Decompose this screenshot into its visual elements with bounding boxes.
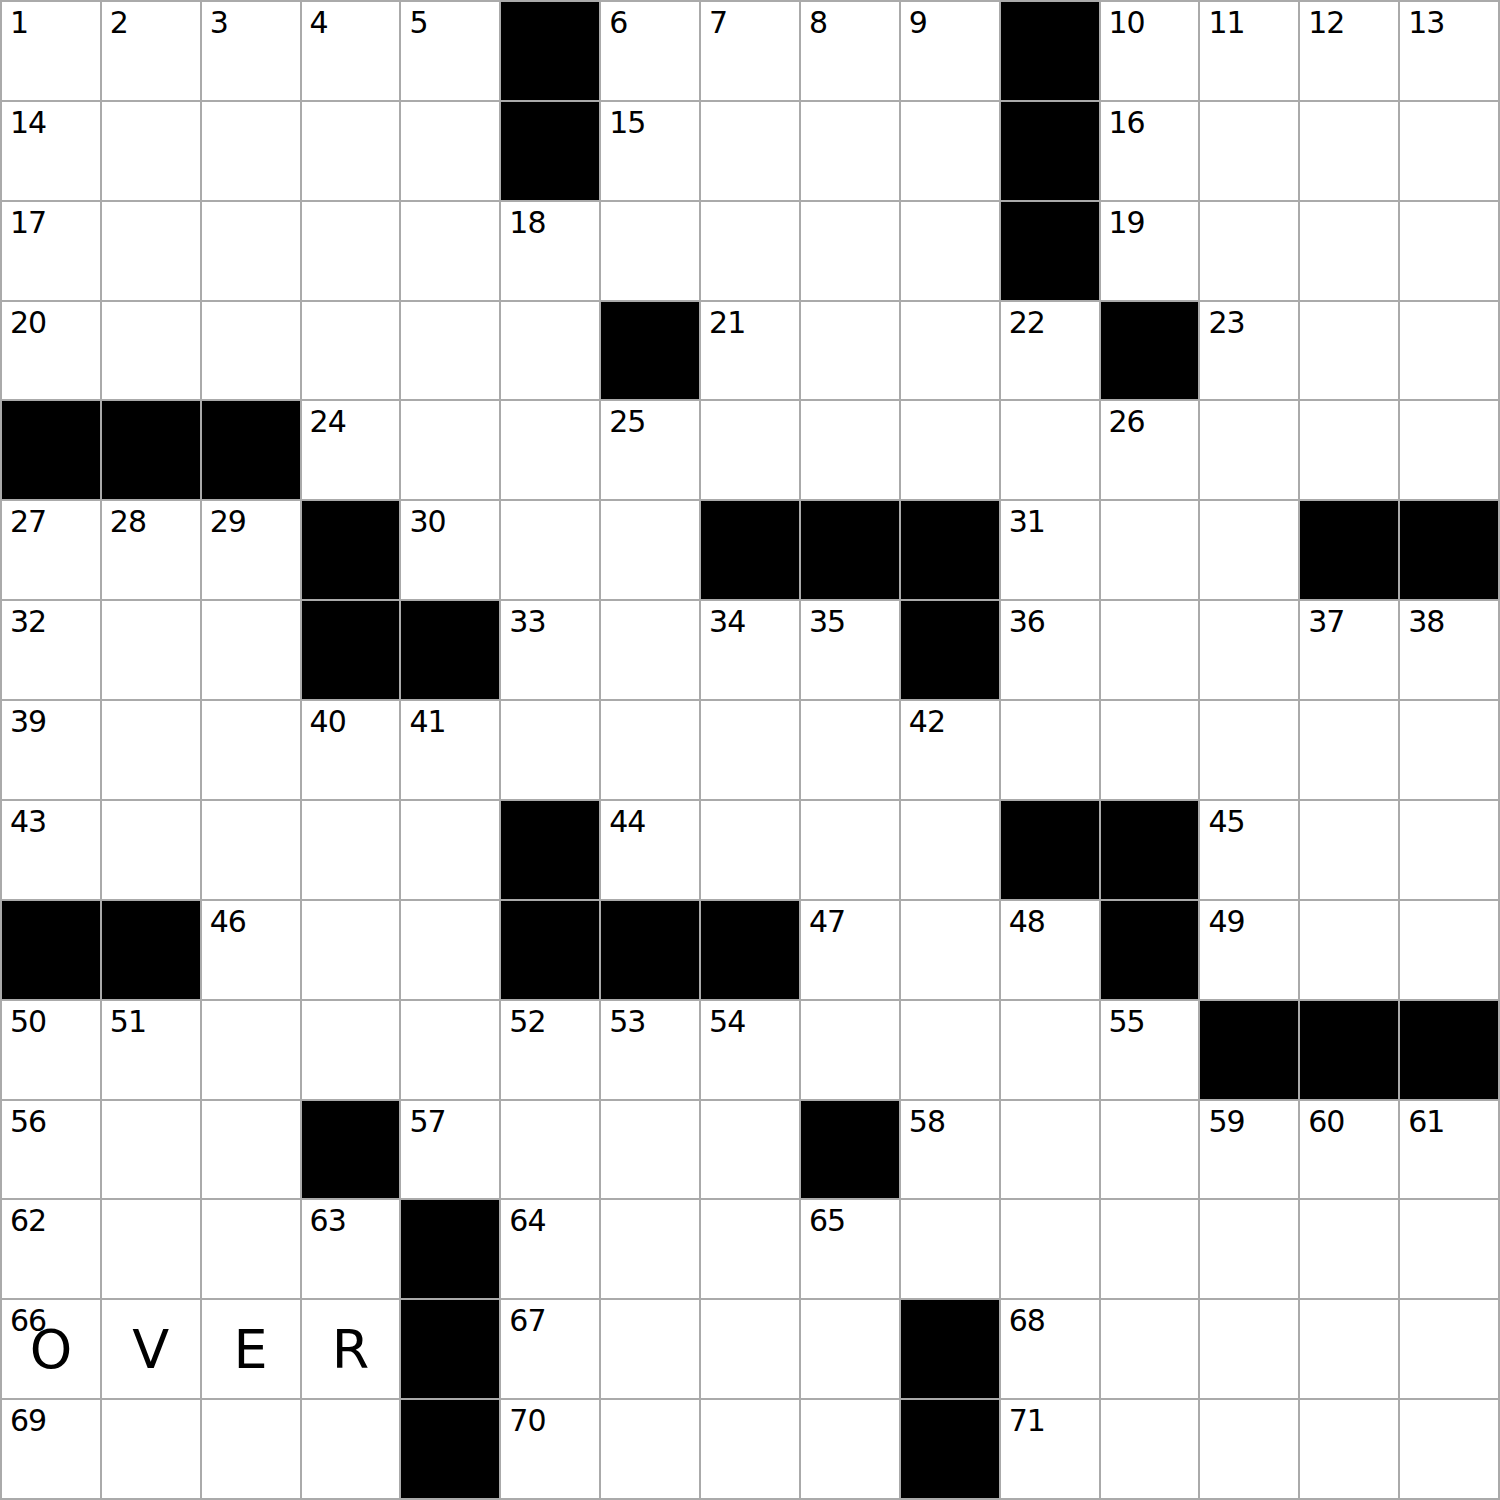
cell-r1c1[interactable]: 1 (2, 2, 100, 100)
cell-r10c13[interactable]: 49 (1200, 901, 1298, 999)
clue-number-40: 40 (310, 705, 346, 738)
cell-r10c4[interactable] (302, 901, 400, 999)
cell-r4c14[interactable] (1300, 302, 1398, 400)
cell-r13c7[interactable] (601, 1200, 699, 1298)
clue-number-59: 59 (1208, 1105, 1244, 1138)
cell-r7c7[interactable] (601, 601, 699, 699)
cell-r10c14[interactable] (1300, 901, 1398, 999)
cell-r1c15[interactable]: 13 (1400, 2, 1498, 100)
cell-r8c2[interactable] (102, 701, 200, 799)
cell-r4c9[interactable] (801, 302, 899, 400)
cell-r4c13[interactable]: 23 (1200, 302, 1298, 400)
clue-number-24: 24 (310, 405, 346, 438)
cell-r9c15[interactable] (1400, 801, 1498, 899)
cell-r8c11[interactable] (1001, 701, 1099, 799)
cell-r5c5[interactable] (401, 401, 499, 499)
cell-r13c9[interactable]: 65 (801, 1200, 899, 1298)
black-cell-r14c10 (901, 1300, 999, 1398)
cell-r14c6[interactable]: 67 (501, 1300, 599, 1398)
cell-r1c9[interactable]: 8 (801, 2, 899, 100)
cell-r8c4[interactable]: 40 (302, 701, 400, 799)
cell-r3c8[interactable] (701, 202, 799, 300)
clue-number-37: 37 (1308, 605, 1344, 638)
clue-number-63: 63 (310, 1204, 346, 1237)
cell-r8c13[interactable] (1200, 701, 1298, 799)
cell-r12c5[interactable]: 57 (401, 1101, 499, 1199)
clue-number-4: 4 (310, 6, 328, 39)
cell-r8c14[interactable] (1300, 701, 1398, 799)
clue-number-19: 19 (1109, 206, 1145, 239)
cell-r4c11[interactable]: 22 (1001, 302, 1099, 400)
cell-r12c2[interactable] (102, 1101, 200, 1199)
black-cell-r11c14 (1300, 1001, 1398, 1099)
clue-number-35: 35 (809, 605, 845, 638)
cell-r15c4[interactable] (302, 1400, 400, 1498)
cell-r8c3[interactable] (202, 701, 300, 799)
cell-r15c15[interactable] (1400, 1400, 1498, 1498)
black-cell-r11c15 (1400, 1001, 1498, 1099)
cell-r13c3[interactable] (202, 1200, 300, 1298)
black-cell-r7c10 (901, 601, 999, 699)
cell-r15c9[interactable] (801, 1400, 899, 1498)
clue-number-29: 29 (210, 505, 246, 538)
clue-number-13: 13 (1408, 6, 1444, 39)
cell-r3c14[interactable] (1300, 202, 1398, 300)
cell-r12c15[interactable]: 61 (1400, 1101, 1498, 1199)
clue-number-39: 39 (10, 705, 46, 738)
cell-r11c10[interactable] (901, 1001, 999, 1099)
cell-r14c9[interactable] (801, 1300, 899, 1398)
cell-r8c9[interactable] (801, 701, 899, 799)
clue-number-10: 10 (1109, 6, 1145, 39)
cell-r14c15[interactable] (1400, 1300, 1498, 1398)
black-cell-r5c1 (2, 401, 100, 499)
cell-r14c11[interactable]: 68 (1001, 1300, 1099, 1398)
cell-r14c1[interactable]: 66O (2, 1300, 100, 1398)
cell-r15c6[interactable]: 70 (501, 1400, 599, 1498)
cell-r4c4[interactable] (302, 302, 400, 400)
cell-r14c13[interactable] (1200, 1300, 1298, 1398)
cell-r2c13[interactable] (1200, 102, 1298, 200)
cell-r9c5[interactable] (401, 801, 499, 899)
cell-r15c11[interactable]: 71 (1001, 1400, 1099, 1498)
cell-r11c6[interactable]: 52 (501, 1001, 599, 1099)
cell-r3c10[interactable] (901, 202, 999, 300)
clue-number-2: 2 (110, 6, 128, 39)
cell-r1c5[interactable]: 5 (401, 2, 499, 100)
black-cell-r6c9 (801, 501, 899, 599)
cell-r8c5[interactable]: 41 (401, 701, 499, 799)
cell-r6c12[interactable] (1101, 501, 1199, 599)
cell-r9c10[interactable] (901, 801, 999, 899)
cell-r3c2[interactable] (102, 202, 200, 300)
cell-r11c2[interactable]: 51 (102, 1001, 200, 1099)
clue-number-53: 53 (609, 1005, 645, 1038)
cell-r7c3[interactable] (202, 601, 300, 699)
black-cell-r10c8 (701, 901, 799, 999)
cell-r2c4[interactable] (302, 102, 400, 200)
cell-r5c11[interactable] (1001, 401, 1099, 499)
cell-r3c3[interactable] (202, 202, 300, 300)
clue-number-6: 6 (609, 6, 627, 39)
cell-r7c1[interactable]: 32 (2, 601, 100, 699)
cell-r13c1[interactable]: 62 (2, 1200, 100, 1298)
cell-r2c5[interactable] (401, 102, 499, 200)
clue-number-49: 49 (1208, 905, 1244, 938)
black-cell-r11c13 (1200, 1001, 1298, 1099)
cell-r13c13[interactable] (1200, 1200, 1298, 1298)
cell-r10c10[interactable] (901, 901, 999, 999)
cell-r14c3[interactable]: E (202, 1300, 300, 1398)
clue-number-54: 54 (709, 1005, 745, 1038)
cell-r5c15[interactable] (1400, 401, 1498, 499)
cell-r4c8[interactable]: 21 (701, 302, 799, 400)
clue-number-58: 58 (909, 1105, 945, 1138)
cell-r8c6[interactable] (501, 701, 599, 799)
cell-r3c15[interactable] (1400, 202, 1498, 300)
cell-r12c6[interactable] (501, 1101, 599, 1199)
cell-r3c5[interactable] (401, 202, 499, 300)
cell-r14c12[interactable] (1101, 1300, 1199, 1398)
cell-r4c1[interactable]: 20 (2, 302, 100, 400)
cell-r6c1[interactable]: 27 (2, 501, 100, 599)
clue-number-33: 33 (509, 605, 545, 638)
cell-r14c4[interactable]: R (302, 1300, 400, 1398)
clue-number-51: 51 (110, 1005, 146, 1038)
cell-r11c5[interactable] (401, 1001, 499, 1099)
black-cell-r10c12 (1101, 901, 1199, 999)
cell-r13c8[interactable] (701, 1200, 799, 1298)
cell-r9c4[interactable] (302, 801, 400, 899)
black-cell-r14c5 (401, 1300, 499, 1398)
cell-r3c13[interactable] (1200, 202, 1298, 300)
clue-number-34: 34 (709, 605, 745, 638)
cell-r7c9[interactable]: 35 (801, 601, 899, 699)
black-cell-r12c9 (801, 1101, 899, 1199)
cell-r9c13[interactable]: 45 (1200, 801, 1298, 899)
crossword-grid: 1234567891011121314151617181920212223242… (0, 0, 1500, 1500)
clue-number-60: 60 (1308, 1105, 1344, 1138)
cell-r4c6[interactable] (501, 302, 599, 400)
cell-r9c1[interactable]: 43 (2, 801, 100, 899)
cell-r5c8[interactable] (701, 401, 799, 499)
cell-r15c3[interactable] (202, 1400, 300, 1498)
cell-r2c8[interactable] (701, 102, 799, 200)
cell-r13c6[interactable]: 64 (501, 1200, 599, 1298)
cell-r15c7[interactable] (601, 1400, 699, 1498)
cell-r9c2[interactable] (102, 801, 200, 899)
cell-r12c1[interactable]: 56 (2, 1101, 100, 1199)
clue-number-55: 55 (1109, 1005, 1145, 1038)
cell-r1c3[interactable]: 3 (202, 2, 300, 100)
cell-r11c3[interactable] (202, 1001, 300, 1099)
clue-number-8: 8 (809, 6, 827, 39)
black-cell-r7c4 (302, 601, 400, 699)
cell-r6c13[interactable] (1200, 501, 1298, 599)
cell-r12c7[interactable] (601, 1101, 699, 1199)
cell-r9c3[interactable] (202, 801, 300, 899)
black-cell-r3c11 (1001, 202, 1099, 300)
black-cell-r1c6 (501, 2, 599, 100)
clue-number-36: 36 (1009, 605, 1045, 638)
cell-r2c3[interactable] (202, 102, 300, 200)
black-cell-r2c11 (1001, 102, 1099, 200)
clue-number-69: 69 (10, 1404, 46, 1437)
cell-r12c13[interactable]: 59 (1200, 1101, 1298, 1199)
cell-r15c8[interactable] (701, 1400, 799, 1498)
cell-r3c1[interactable]: 17 (2, 202, 100, 300)
cell-r12c14[interactable]: 60 (1300, 1101, 1398, 1199)
cell-r15c12[interactable] (1101, 1400, 1199, 1498)
clue-number-23: 23 (1208, 306, 1244, 339)
cell-r14c2[interactable]: V (102, 1300, 200, 1398)
cell-r7c11[interactable]: 36 (1001, 601, 1099, 699)
cell-r6c7[interactable] (601, 501, 699, 599)
cell-r15c13[interactable] (1200, 1400, 1298, 1498)
cell-r4c15[interactable] (1400, 302, 1498, 400)
cell-r13c10[interactable] (901, 1200, 999, 1298)
cell-r2c1[interactable]: 14 (2, 102, 100, 200)
clue-number-14: 14 (10, 106, 46, 139)
black-cell-r4c12 (1101, 302, 1199, 400)
clue-number-25: 25 (609, 405, 645, 438)
cell-r11c1[interactable]: 50 (2, 1001, 100, 1099)
black-cell-r6c4 (302, 501, 400, 599)
cell-letter-O: O (2, 1300, 100, 1398)
cell-r10c5[interactable] (401, 901, 499, 999)
cell-letter-R: R (302, 1300, 400, 1398)
cell-r6c6[interactable] (501, 501, 599, 599)
cell-r13c15[interactable] (1400, 1200, 1498, 1298)
cell-r6c5[interactable]: 30 (401, 501, 499, 599)
cell-r13c2[interactable] (102, 1200, 200, 1298)
clue-number-68: 68 (1009, 1304, 1045, 1337)
black-cell-r10c7 (601, 901, 699, 999)
cell-r8c1[interactable]: 39 (2, 701, 100, 799)
black-cell-r10c6 (501, 901, 599, 999)
cell-r13c12[interactable] (1101, 1200, 1199, 1298)
cell-r12c12[interactable] (1101, 1101, 1199, 1199)
black-cell-r7c5 (401, 601, 499, 699)
cell-r5c10[interactable] (901, 401, 999, 499)
cell-r14c8[interactable] (701, 1300, 799, 1398)
clue-number-57: 57 (409, 1105, 445, 1138)
cell-r11c4[interactable] (302, 1001, 400, 1099)
clue-number-38: 38 (1408, 605, 1444, 638)
clue-number-41: 41 (409, 705, 445, 738)
cell-r1c12[interactable]: 10 (1101, 2, 1199, 100)
cell-r13c14[interactable] (1300, 1200, 1398, 1298)
clue-number-56: 56 (10, 1105, 46, 1138)
cell-r9c9[interactable] (801, 801, 899, 899)
cell-r13c11[interactable] (1001, 1200, 1099, 1298)
clue-number-5: 5 (409, 6, 427, 39)
clue-number-18: 18 (509, 206, 545, 239)
black-cell-r10c2 (102, 901, 200, 999)
cell-r1c10[interactable]: 9 (901, 2, 999, 100)
clue-number-65: 65 (809, 1204, 845, 1237)
clue-number-50: 50 (10, 1005, 46, 1038)
cell-r13c4[interactable]: 63 (302, 1200, 400, 1298)
cell-r6c11[interactable]: 31 (1001, 501, 1099, 599)
cell-r3c12[interactable]: 19 (1101, 202, 1199, 300)
cell-r8c7[interactable] (601, 701, 699, 799)
black-cell-r1c11 (1001, 2, 1099, 100)
clue-number-64: 64 (509, 1204, 545, 1237)
clue-number-22: 22 (1009, 306, 1045, 339)
clue-number-43: 43 (10, 805, 46, 838)
clue-number-20: 20 (10, 306, 46, 339)
clue-number-70: 70 (509, 1404, 545, 1437)
cell-r2c14[interactable] (1300, 102, 1398, 200)
clue-number-48: 48 (1009, 905, 1045, 938)
cell-r1c13[interactable]: 11 (1200, 2, 1298, 100)
cell-r8c12[interactable] (1101, 701, 1199, 799)
cell-r4c2[interactable] (102, 302, 200, 400)
cell-r11c9[interactable] (801, 1001, 899, 1099)
clue-number-42: 42 (909, 705, 945, 738)
cell-r3c6[interactable]: 18 (501, 202, 599, 300)
cell-r12c3[interactable] (202, 1101, 300, 1199)
cell-r14c7[interactable] (601, 1300, 699, 1398)
clue-number-27: 27 (10, 505, 46, 538)
cell-r7c13[interactable] (1200, 601, 1298, 699)
clue-number-71: 71 (1009, 1404, 1045, 1437)
cell-r6c3[interactable]: 29 (202, 501, 300, 599)
cell-r1c8[interactable]: 7 (701, 2, 799, 100)
cell-r3c4[interactable] (302, 202, 400, 300)
cell-r7c6[interactable]: 33 (501, 601, 599, 699)
cell-r6c2[interactable]: 28 (102, 501, 200, 599)
black-cell-r9c12 (1101, 801, 1199, 899)
clue-number-45: 45 (1208, 805, 1244, 838)
cell-r2c7[interactable]: 15 (601, 102, 699, 200)
cell-r3c9[interactable] (801, 202, 899, 300)
clue-number-44: 44 (609, 805, 645, 838)
cell-r5c6[interactable] (501, 401, 599, 499)
cell-r8c8[interactable] (701, 701, 799, 799)
cell-r9c14[interactable] (1300, 801, 1398, 899)
clue-number-30: 30 (409, 505, 445, 538)
cell-r5c14[interactable] (1300, 401, 1398, 499)
clue-number-12: 12 (1308, 6, 1344, 39)
cell-r4c5[interactable] (401, 302, 499, 400)
black-cell-r6c10 (901, 501, 999, 599)
black-cell-r5c3 (202, 401, 300, 499)
black-cell-r2c6 (501, 102, 599, 200)
cell-r11c7[interactable]: 53 (601, 1001, 699, 1099)
black-cell-r6c15 (1400, 501, 1498, 599)
cell-r10c3[interactable]: 46 (202, 901, 300, 999)
cell-r2c9[interactable] (801, 102, 899, 200)
cell-r4c3[interactable] (202, 302, 300, 400)
clue-number-3: 3 (210, 6, 228, 39)
cell-r8c10[interactable]: 42 (901, 701, 999, 799)
cell-r9c7[interactable]: 44 (601, 801, 699, 899)
cell-r10c15[interactable] (1400, 901, 1498, 999)
cell-r1c7[interactable]: 6 (601, 2, 699, 100)
clue-number-52: 52 (509, 1005, 545, 1038)
cell-r3c7[interactable] (601, 202, 699, 300)
clue-number-26: 26 (1109, 405, 1145, 438)
clue-number-21: 21 (709, 306, 745, 339)
cell-r15c2[interactable] (102, 1400, 200, 1498)
clue-number-47: 47 (809, 905, 845, 938)
clue-number-16: 16 (1109, 106, 1145, 139)
clue-number-46: 46 (210, 905, 246, 938)
clue-number-62: 62 (10, 1204, 46, 1237)
cell-r2c2[interactable] (102, 102, 200, 200)
cell-letter-E: E (202, 1300, 300, 1398)
black-cell-r13c5 (401, 1200, 499, 1298)
cell-r4c10[interactable] (901, 302, 999, 400)
cell-r5c9[interactable] (801, 401, 899, 499)
cell-r7c15[interactable]: 38 (1400, 601, 1498, 699)
cell-r5c13[interactable] (1200, 401, 1298, 499)
black-cell-r6c14 (1300, 501, 1398, 599)
cell-r1c14[interactable]: 12 (1300, 2, 1398, 100)
clue-number-9: 9 (909, 6, 927, 39)
cell-r10c9[interactable]: 47 (801, 901, 899, 999)
cell-r7c2[interactable] (102, 601, 200, 699)
cell-r15c1[interactable]: 69 (2, 1400, 100, 1498)
cell-r1c2[interactable]: 2 (102, 2, 200, 100)
clue-number-7: 7 (709, 6, 727, 39)
cell-r1c4[interactable]: 4 (302, 2, 400, 100)
black-cell-r12c4 (302, 1101, 400, 1199)
clue-number-15: 15 (609, 106, 645, 139)
clue-number-61: 61 (1408, 1105, 1444, 1138)
cell-r5c7[interactable]: 25 (601, 401, 699, 499)
cell-r5c12[interactable]: 26 (1101, 401, 1199, 499)
clue-number-17: 17 (10, 206, 46, 239)
cell-r8c15[interactable] (1400, 701, 1498, 799)
cell-r12c10[interactable]: 58 (901, 1101, 999, 1199)
clue-number-32: 32 (10, 605, 46, 638)
cell-r14c14[interactable] (1300, 1300, 1398, 1398)
cell-r7c14[interactable]: 37 (1300, 601, 1398, 699)
black-cell-r15c10 (901, 1400, 999, 1498)
cell-r12c8[interactable] (701, 1101, 799, 1199)
cell-r7c8[interactable]: 34 (701, 601, 799, 699)
cell-r11c12[interactable]: 55 (1101, 1001, 1199, 1099)
cell-r10c11[interactable]: 48 (1001, 901, 1099, 999)
cell-r11c11[interactable] (1001, 1001, 1099, 1099)
cell-r9c8[interactable] (701, 801, 799, 899)
clue-number-67: 67 (509, 1304, 545, 1337)
cell-r15c14[interactable] (1300, 1400, 1398, 1498)
cell-r2c10[interactable] (901, 102, 999, 200)
cell-letter-V: V (102, 1300, 200, 1398)
black-cell-r6c8 (701, 501, 799, 599)
cell-r11c8[interactable]: 54 (701, 1001, 799, 1099)
black-cell-r5c2 (102, 401, 200, 499)
black-cell-r15c5 (401, 1400, 499, 1498)
black-cell-r4c7 (601, 302, 699, 400)
clue-number-11: 11 (1208, 6, 1244, 39)
clue-number-1: 1 (10, 6, 28, 39)
clue-number-28: 28 (110, 505, 146, 538)
clue-number-31: 31 (1009, 505, 1045, 538)
black-cell-r10c1 (2, 901, 100, 999)
black-cell-r9c6 (501, 801, 599, 899)
cell-r12c11[interactable] (1001, 1101, 1099, 1199)
black-cell-r9c11 (1001, 801, 1099, 899)
cell-r7c12[interactable] (1101, 601, 1199, 699)
cell-r5c4[interactable]: 24 (302, 401, 400, 499)
cell-r2c15[interactable] (1400, 102, 1498, 200)
cell-r2c12[interactable]: 16 (1101, 102, 1199, 200)
